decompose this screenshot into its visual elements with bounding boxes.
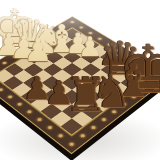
black-rook: ♜ [64, 70, 107, 118]
pieces-layer: ♚♛♝♞♟♟♟♟♟♟♛♟♚♝♟♟♞♜ [0, 0, 160, 160]
scene: ♚♛♝♞♟♟♟♟♟♟♛♟♚♝♟♟♞♜ [0, 0, 160, 160]
white-pawn: ♟ [24, 34, 53, 66]
chess-set-photo: ♚♛♝♞♟♟♟♟♟♟♛♟♚♝♟♟♞♜ [0, 0, 160, 160]
